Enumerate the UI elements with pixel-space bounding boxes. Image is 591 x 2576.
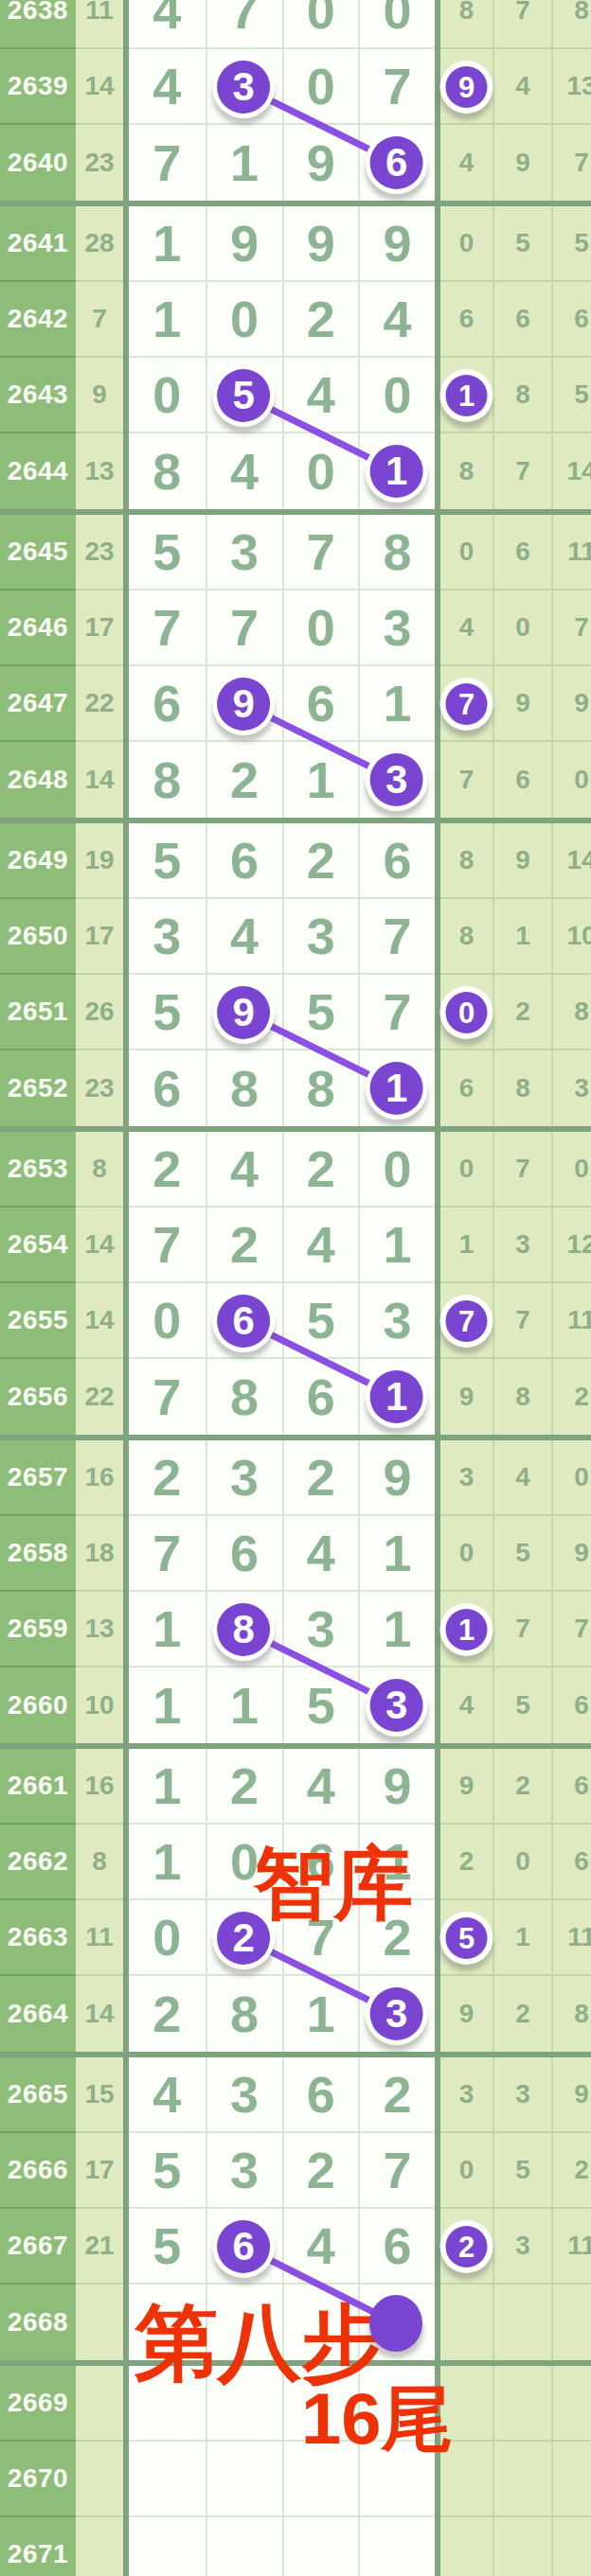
draw-digit-cell-3: 4 [282,2209,359,2285]
stat-cell-1: 3 [440,1440,492,1516]
stat-cell-3: 5 [551,206,591,282]
period-cell: 2643 [0,358,76,433]
stat-cell-2: 7 [492,1132,551,1208]
draw-digit-cell-3: 4 [282,1749,359,1825]
stat-cell-2: 3 [492,2209,551,2285]
stat-cell-1: 4 [440,125,492,201]
draw-digit-cell-3: 4 [282,1516,359,1592]
stat-cell-1: 7 [440,742,492,818]
stat-cell-3: 9 [551,1516,591,1592]
draw-digit-cell-4: 3 [358,742,435,818]
digit-sum-cell [76,2442,123,2517]
stat-cell-2: 2 [492,1976,551,2052]
stat-cell-2: 6 [492,282,551,358]
stat-cell-3: 0 [551,1132,591,1208]
stat-cell-1: 8 [440,823,492,899]
draw-digit-cell-3: 5 [282,1667,359,1743]
stat-cell-2: 4 [492,49,551,125]
digit-sum-cell: 9 [76,358,123,433]
stat-cell-2: 5 [492,1516,551,1592]
draw-digit-cell-3: 2 [282,823,359,899]
draw-digit-cell-2: 6 [206,1283,282,1359]
draw-digit-cell-2: 3 [206,1440,282,1516]
stat-cell-2: 1 [492,1900,551,1976]
digit-sum-cell: 26 [76,975,123,1050]
period-cell: 2657 [0,1440,76,1516]
draw-digit-cell-2: 1 [206,125,282,201]
stat-cell-1: 9 [440,1976,492,2052]
draw-digit-cell-1: 6 [129,1050,206,1126]
draw-digit-cell-4: 7 [358,975,435,1050]
stat-cell-3: 9 [551,2057,591,2133]
stat-cell-1: 0 [440,515,492,591]
digit-sum-cell: 23 [76,515,123,591]
period-cell: 2656 [0,1359,76,1435]
draw-digit-cell-4: 1 [358,433,435,509]
draw-digit-cell-2: 8 [206,1050,282,1126]
period-cell: 2646 [0,591,76,666]
table-row: 2651265957028 [0,975,591,1050]
stat-cell-3: 7 [551,1592,591,1667]
draw-digit-cell-2: 3 [206,49,282,125]
table-row: 26452353780611 [0,515,591,591]
stat-cell-2: 6 [492,515,551,591]
draw-digit-cell-3: 0 [282,591,359,666]
period-cell: 2641 [0,206,76,282]
draw-digit-cell-3: 4 [282,1208,359,1283]
draw-digit-cell-2 [206,2517,282,2576]
table-row: 2661161249926 [0,1749,591,1825]
draw-digit-cell-3: 4 [282,358,359,433]
draw-digit-cell-4: 1 [358,666,435,742]
digit-sum-cell: 16 [76,1749,123,1825]
stat-cell-3: 6 [551,1825,591,1900]
draw-digit-cell-4: 8 [358,515,435,591]
draw-digit-cell-2: 2 [206,1208,282,1283]
stat-cell-3: 2 [551,2133,591,2209]
draw-digit-cell-1: 1 [129,1825,206,1900]
draw-digit-cell-1: 4 [129,49,206,125]
draw-digit-cell-3: 0 [282,49,359,125]
draw-digit-cell-2: 9 [206,975,282,1050]
draw-digit-cell-1: 1 [129,282,206,358]
stat-cell-1: 4 [440,1667,492,1743]
draw-digit-cell-4: 3 [358,591,435,666]
table-row: 26441384018714 [0,433,591,509]
table-row: 265382420070 [0,1132,591,1208]
period-cell: 2662 [0,1825,76,1900]
stat-cell-3: 2 [551,1359,591,1435]
trend-table: 2638114700878263914430794132640237196497… [0,0,591,2576]
digit-sum-cell: 7 [76,282,123,358]
stat-cell-1: 7 [440,666,492,742]
table-row: 2665154362339 [0,2057,591,2133]
stat-cell-3: 0 [551,742,591,818]
digit-sum-cell: 17 [76,899,123,975]
period-cell: 2645 [0,515,76,591]
stat-cell-1 [440,2517,492,2576]
stat-cell-1: 8 [440,899,492,975]
draw-digit-cell-1: 8 [129,742,206,818]
period-cell: 2648 [0,742,76,818]
draw-digit-cell-1: 7 [129,1516,206,1592]
period-cell: 2668 [0,2285,76,2360]
stat-cell-1: 0 [440,1516,492,1592]
stat-cell-3: 14 [551,823,591,899]
stat-cell-3: 12 [551,1208,591,1283]
draw-digit-cell-4: 0 [358,358,435,433]
stat-cell-2: 8 [492,1050,551,1126]
digit-sum-cell: 14 [76,742,123,818]
stat-cell-2: 4 [492,1440,551,1516]
draw-digit-cell-4: 1 [358,1516,435,1592]
digit-sum-cell [76,2285,123,2360]
stat-cell-3: 5 [551,358,591,433]
stat-cell-3: 8 [551,1976,591,2052]
draw-digit-cell-1: 2 [129,1440,206,1516]
draw-digit-cell-3: 5 [282,1283,359,1359]
digit-sum-cell: 22 [76,1359,123,1435]
stat-cell-3 [551,2442,591,2517]
stat-cell-2 [492,2285,551,2360]
digit-sum-cell: 11 [76,1900,123,1976]
stat-cell-3: 11 [551,1900,591,1976]
stat-cell-3: 8 [551,0,591,49]
digit-sum-cell: 8 [76,1825,123,1900]
table-row: 2648148213760 [0,742,591,818]
period-cell: 2658 [0,1516,76,1592]
digit-sum-cell: 19 [76,823,123,899]
stat-cell-2: 3 [492,2057,551,2133]
stat-cell-1: 7 [440,1283,492,1359]
digit-sum-cell: 13 [76,1592,123,1667]
draw-digit-cell-2: 2 [206,1749,282,1825]
lottery-trend-chart-screen[interactable]: 2638114700878263914430794132640237196497… [0,0,591,2576]
stat-cell-2: 5 [492,206,551,282]
draw-digit-cell-1: 0 [129,358,206,433]
stat-cell-3: 6 [551,1667,591,1743]
draw-digit-cell-1 [129,2442,206,2517]
draw-digit-cell-4: 7 [358,2133,435,2209]
stat-cell-3: 8 [551,975,591,1050]
stat-cell-3: 7 [551,591,591,666]
draw-digit-cell-2: 4 [206,433,282,509]
table-row: 2659131831177 [0,1592,591,1667]
draw-digit-cell-3: 6 [282,1359,359,1435]
draw-digit-cell-1: 5 [129,2133,206,2209]
stat-cell-3: 11 [551,2209,591,2285]
draw-digit-cell-1: 4 [129,2057,206,2133]
stat-cell-2: 8 [492,358,551,433]
period-cell: 2649 [0,823,76,899]
period-cell: 2660 [0,1667,76,1743]
draw-digit-cell-2: 8 [206,1592,282,1667]
stat-cell-3: 3 [551,1050,591,1126]
draw-digit-cell-3: 2 [282,1440,359,1516]
draw-digit-cell-3: 0 [282,433,359,509]
period-cell: 2642 [0,282,76,358]
stat-cell-1: 8 [440,0,492,49]
period-cell: 2661 [0,1749,76,1825]
period-cell: 2639 [0,49,76,125]
draw-digit-cell-4: 3 [358,1976,435,2052]
stat-cell-2 [492,2366,551,2442]
stat-cell-1: 0 [440,2133,492,2209]
table-row: 2657162329340 [0,1440,591,1516]
period-cell: 2670 [0,2442,76,2517]
draw-digit-cell-4: 9 [358,1749,435,1825]
draw-digit-cell-2: 6 [206,823,282,899]
draw-digit-cell-4: 6 [358,125,435,201]
stat-cell-1: 9 [440,1359,492,1435]
table-row: 2666175327052 [0,2133,591,2209]
draw-digit-cell-1: 8 [129,433,206,509]
table-row: 264390540185 [0,358,591,433]
draw-digit-cell-2 [206,2442,282,2517]
draw-digit-cell-3 [282,2517,359,2576]
draw-digit-cell-4: 2 [358,2057,435,2133]
period-cell: 2667 [0,2209,76,2285]
table-row: 2658187641059 [0,1516,591,1592]
draw-digit-cell-3: 5 [282,975,359,1050]
draw-digit-cell-3: 2 [282,282,359,358]
draw-digit-cell-1: 7 [129,591,206,666]
digit-sum-cell: 14 [76,49,123,125]
draw-digit-cell-3: 3 [282,899,359,975]
period-cell: 2638 [0,0,76,49]
stat-cell-2: 0 [492,591,551,666]
digit-sum-cell: 28 [76,206,123,282]
period-cell: 2652 [0,1050,76,1126]
annotation-zhiku: 智库 [254,1844,413,1923]
draw-digit-cell-1: 1 [129,1667,206,1743]
stat-cell-3: 7 [551,125,591,201]
stat-cell-2: 9 [492,823,551,899]
stat-cell-2: 5 [492,1667,551,1743]
draw-digit-cell-2: 7 [206,591,282,666]
draw-digit-cell-4: 1 [358,1592,435,1667]
period-cell: 2659 [0,1592,76,1667]
digit-sum-cell: 14 [76,1976,123,2052]
period-cell: 2654 [0,1208,76,1283]
stat-cell-3 [551,2366,591,2442]
stat-cell-3: 10 [551,899,591,975]
draw-digit-cell-1: 5 [129,2209,206,2285]
digit-sum-cell: 23 [76,125,123,201]
draw-digit-cell-4: 7 [358,899,435,975]
draw-digit-cell-1: 0 [129,1283,206,1359]
table-row: 2646177703407 [0,591,591,666]
annotation-step-eight: 第八步 [134,2302,385,2385]
stat-cell-3: 0 [551,1440,591,1516]
draw-digit-cell-1: 0 [129,1900,206,1976]
stat-cell-1: 4 [440,591,492,666]
draw-digit-cell-3: 9 [282,125,359,201]
draw-digit-cell-1: 7 [129,125,206,201]
draw-digit-cell-2: 6 [206,1516,282,1592]
stat-cell-2 [492,2442,551,2517]
draw-digit-cell-4: 6 [358,823,435,899]
draw-digit-cell-3: 6 [282,666,359,742]
stat-cell-3: 9 [551,666,591,742]
period-cell: 2655 [0,1283,76,1359]
draw-digit-cell-2: 3 [206,2057,282,2133]
stat-cell-1: 0 [440,975,492,1050]
draw-digit-cell-2: 8 [206,1976,282,2052]
stat-cell-1 [440,2285,492,2360]
digit-sum-cell: 21 [76,2209,123,2285]
draw-digit-cell-3: 8 [282,1050,359,1126]
stat-cell-1: 0 [440,1132,492,1208]
period-cell: 2651 [0,975,76,1050]
stat-cell-2: 9 [492,125,551,201]
draw-digit-cell-2: 7 [206,0,282,49]
table-row: 26672156462311 [0,2209,591,2285]
draw-digit-cell-4: 9 [358,1440,435,1516]
stat-cell-2: 7 [492,433,551,509]
stat-cell-1: 9 [440,49,492,125]
draw-digit-cell-2: 3 [206,515,282,591]
stat-cell-2: 1 [492,899,551,975]
draw-digit-cell-4: 4 [358,282,435,358]
draw-digit-cell-1: 3 [129,899,206,975]
draw-digit-cell-1: 4 [129,0,206,49]
period-cell: 2640 [0,125,76,201]
table-row: 2652236881683 [0,1050,591,1126]
draw-digit-cell-3: 2 [282,1132,359,1208]
stat-cell-3: 6 [551,1749,591,1825]
draw-digit-cell-2: 1 [206,1667,282,1743]
draw-digit-cell-2: 3 [206,2133,282,2209]
draw-digit-cell-3: 1 [282,742,359,818]
table-row: 26391443079413 [0,49,591,125]
table-row: 2641281999055 [0,206,591,282]
digit-sum-cell [76,2517,123,2576]
draw-digit-cell-1: 5 [129,515,206,591]
stat-cell-1: 3 [440,2057,492,2133]
annotation-16-tail: 16尾 [301,2383,454,2455]
draw-digit-cell-1: 2 [129,1132,206,1208]
draw-digit-cell-1: 7 [129,1359,206,1435]
digit-sum-cell: 11 [76,0,123,49]
stat-cell-2: 3 [492,1208,551,1283]
period-cell: 2665 [0,2057,76,2133]
draw-digit-cell-1: 1 [129,206,206,282]
stat-cell-1: 1 [440,1208,492,1283]
digit-sum-cell: 17 [76,591,123,666]
stat-cell-1: 0 [440,206,492,282]
draw-digit-cell-4: 1 [358,1050,435,1126]
period-cell: 2666 [0,2133,76,2209]
stat-cell-2: 8 [492,1359,551,1435]
stat-cell-2: 7 [492,0,551,49]
draw-digit-cell-1: 5 [129,823,206,899]
draw-digit-cell-4: 3 [358,1283,435,1359]
stat-cell-1: 2 [440,2209,492,2285]
table-row: 264271024666 [0,282,591,358]
stat-cell-2: 6 [492,742,551,818]
draw-digit-cell-1: 1 [129,1592,206,1667]
draw-digit-cell-3: 0 [282,0,359,49]
period-cell: 2663 [0,1900,76,1976]
period-cell: 2671 [0,2517,76,2576]
stat-cell-3: 6 [551,282,591,358]
digit-sum-cell: 15 [76,2057,123,2133]
table-row: 2638114700878 [0,0,591,49]
digit-sum-cell: 10 [76,1667,123,1743]
period-cell: 2669 [0,2366,76,2442]
stat-cell-1: 2 [440,1825,492,1900]
stat-cell-2: 5 [492,2133,551,2209]
stat-cell-2: 0 [492,1825,551,1900]
stat-cell-3: 13 [551,49,591,125]
draw-digit-cell-1: 6 [129,666,206,742]
draw-digit-cell-2: 9 [206,206,282,282]
draw-digit-cell-4: 0 [358,0,435,49]
draw-digit-cell-3: 7 [282,515,359,591]
draw-digit-cell-2: 0 [206,282,282,358]
draw-digit-cell-1: 2 [129,1976,206,2052]
stat-cell-2: 9 [492,666,551,742]
draw-digit-cell-2: 4 [206,1132,282,1208]
draw-digit-cell-4: 7 [358,49,435,125]
digit-sum-cell: 8 [76,1132,123,1208]
digit-sum-cell: 16 [76,1440,123,1516]
draw-digit-cell-1: 7 [129,1208,206,1283]
draw-digit-cell-4: 0 [358,1132,435,1208]
table-row: 26541472411312 [0,1208,591,1283]
stat-cell-1: 5 [440,1900,492,1976]
stat-cell-3 [551,2285,591,2360]
digit-sum-cell: 22 [76,666,123,742]
draw-digit-cell-4 [358,2517,435,2576]
period-cell: 2650 [0,899,76,975]
digit-sum-cell: 17 [76,2133,123,2209]
stat-cell-1: 9 [440,1749,492,1825]
draw-digit-cell-2: 4 [206,899,282,975]
draw-digit-cell-4: 1 [358,1359,435,1435]
table-row: 26501734378110 [0,899,591,975]
digit-sum-cell: 13 [76,433,123,509]
draw-digit-cell-4: 9 [358,206,435,282]
stat-cell-3: 14 [551,433,591,509]
stat-cell-2: 2 [492,975,551,1050]
stat-cell-1: 1 [440,358,492,433]
draw-digit-cell-3: 9 [282,206,359,282]
stat-cell-2: 7 [492,1592,551,1667]
draw-digit-cell-3: 6 [282,2057,359,2133]
draw-digit-cell-4: 6 [358,2209,435,2285]
draw-digit-cell-1: 1 [129,1749,206,1825]
digit-sum-cell: 14 [76,1283,123,1359]
draw-digit-cell-1 [129,2517,206,2576]
draw-digit-cell-2: 2 [206,742,282,818]
draw-digit-cell-4: 1 [358,1208,435,1283]
table-row: 2664142813928 [0,1976,591,2052]
draw-digit-cell-1: 5 [129,975,206,1050]
draw-digit-cell-4: 3 [358,1667,435,1743]
stat-cell-3: 11 [551,515,591,591]
stat-cell-1: 1 [440,1592,492,1667]
table-row: 26491956268914 [0,823,591,899]
draw-digit-cell-3: 3 [282,1592,359,1667]
table-row: 2671 [0,2517,591,2576]
digit-sum-cell [76,2366,123,2442]
table-row: 26551406537711 [0,1283,591,1359]
period-cell: 2664 [0,1976,76,2052]
draw-digit-cell-3: 2 [282,2133,359,2209]
table-row: 2660101153456 [0,1667,591,1743]
